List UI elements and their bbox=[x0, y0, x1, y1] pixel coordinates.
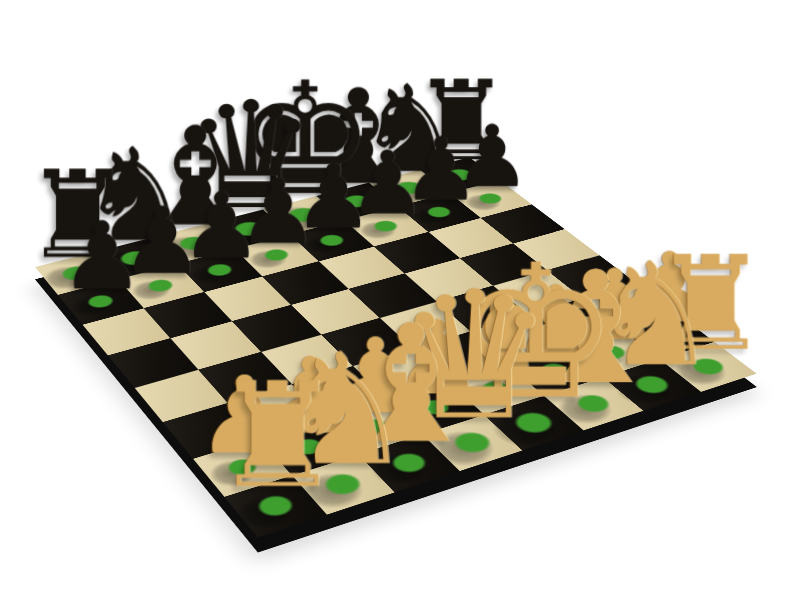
chess-board: ♜♞♝♛♚♝♞♜♟♟♟♟♟♟♟♟♟♟♟♟♟♟♟♟♜♞♝♛♚♝♞♜ bbox=[35, 157, 757, 537]
pieces-layer: ♜♞♝♛♚♝♞♜♟♟♟♟♟♟♟♟♟♟♟♟♟♟♟♟♜♞♝♛♚♝♞♜ bbox=[35, 157, 757, 537]
photo-background: ♜♞♝♛♚♝♞♜♟♟♟♟♟♟♟♟♟♟♟♟♟♟♟♟♜♞♝♛♚♝♞♜ bbox=[0, 0, 800, 600]
black-pawn-icon: ♟ bbox=[0, 209, 221, 303]
white-rook-icon: ♜ bbox=[139, 363, 417, 508]
